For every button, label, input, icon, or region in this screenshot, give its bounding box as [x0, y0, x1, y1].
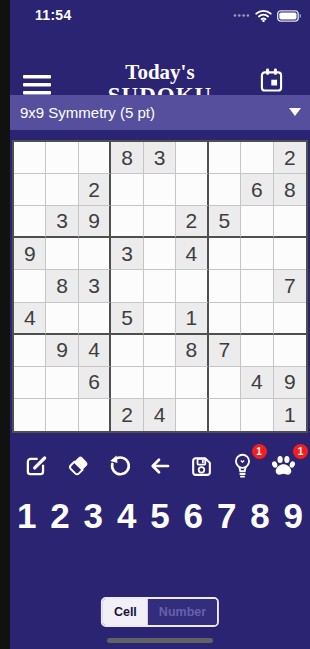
cell-r9c5[interactable]: 4	[144, 399, 176, 431]
arrow-left-icon	[147, 454, 173, 478]
cell-r1c8[interactable]	[241, 142, 273, 174]
sudoku-board: 83226839259348374519487649241	[12, 140, 308, 433]
number-button-5[interactable]: 5	[143, 489, 176, 543]
cell-r5c3[interactable]: 3	[79, 270, 111, 302]
cell-r9c3[interactable]	[79, 399, 111, 431]
cell-r8c2[interactable]	[46, 367, 78, 399]
cell-r7c6[interactable]: 8	[176, 335, 208, 367]
cell-r9c4[interactable]: 2	[111, 399, 143, 431]
save-button[interactable]	[185, 450, 217, 482]
pencil-square-icon	[23, 453, 49, 479]
cell-r4c9[interactable]	[274, 238, 306, 270]
cell-r9c1[interactable]	[14, 399, 46, 431]
wifi-icon	[255, 9, 272, 22]
status-bar: 11:54	[10, 0, 310, 30]
cell-r7c4[interactable]	[111, 335, 143, 367]
cell-r9c2[interactable]	[46, 399, 78, 431]
chevron-down-icon	[289, 108, 301, 116]
cell-r3c1[interactable]	[14, 206, 46, 238]
cell-r7c5[interactable]	[144, 335, 176, 367]
number-button-8[interactable]: 8	[243, 489, 276, 543]
cell-r4c4[interactable]: 3	[111, 238, 143, 270]
cell-r2c9[interactable]: 8	[274, 174, 306, 206]
toolbar: 1 1	[10, 443, 310, 489]
hint-badge: 1	[252, 444, 267, 459]
cell-r6c8[interactable]	[241, 303, 273, 335]
cell-r9c9[interactable]: 1	[274, 399, 306, 431]
cell-r3c8[interactable]	[241, 206, 273, 238]
cell-r6c6[interactable]: 1	[176, 303, 208, 335]
cell-r1c5[interactable]: 3	[144, 142, 176, 174]
cell-r4c2[interactable]	[46, 238, 78, 270]
cell-r3c9[interactable]	[274, 206, 306, 238]
cell-r9c7[interactable]	[209, 399, 241, 431]
cell-r5c5[interactable]	[144, 270, 176, 302]
cell-r2c5[interactable]	[144, 174, 176, 206]
cell-r3c4[interactable]	[111, 206, 143, 238]
cell-r4c7[interactable]	[209, 238, 241, 270]
cell-r3c2[interactable]: 3	[46, 206, 78, 238]
cell-r6c3[interactable]	[79, 303, 111, 335]
menu-button[interactable]	[23, 75, 51, 95]
cell-r6c1[interactable]: 4	[14, 303, 46, 335]
cell-r4c8[interactable]	[241, 238, 273, 270]
calendar-icon	[260, 68, 283, 93]
cell-r7c7[interactable]: 7	[209, 335, 241, 367]
mode-toggle-number[interactable]: Number	[148, 599, 217, 625]
cell-r6c9[interactable]	[274, 303, 306, 335]
cell-r1c3[interactable]	[79, 142, 111, 174]
cell-r7c3[interactable]: 4	[79, 335, 111, 367]
cell-r1c1[interactable]	[14, 142, 46, 174]
cell-r3c6[interactable]: 2	[176, 206, 208, 238]
floppy-disk-icon	[189, 454, 214, 479]
cell-r6c7[interactable]	[209, 303, 241, 335]
cell-r1c6[interactable]	[176, 142, 208, 174]
number-button-1[interactable]: 1	[10, 489, 43, 543]
cell-r4c1[interactable]: 9	[14, 238, 46, 270]
home-indicator[interactable]	[107, 638, 213, 643]
undo-icon	[106, 454, 132, 479]
puzzle-selector[interactable]: 9x9 Symmetry (5 pt)	[10, 95, 310, 130]
cell-r4c5[interactable]	[144, 238, 176, 270]
cell-r8c9[interactable]: 9	[274, 367, 306, 399]
cell-r1c9[interactable]: 2	[274, 142, 306, 174]
cell-r2c4[interactable]	[111, 174, 143, 206]
cell-r1c4[interactable]: 8	[111, 142, 143, 174]
number-button-3[interactable]: 3	[77, 489, 110, 543]
cell-r2c1[interactable]	[14, 174, 46, 206]
status-icons	[233, 9, 302, 22]
number-button-4[interactable]: 4	[110, 489, 143, 543]
number-button-7[interactable]: 7	[210, 489, 243, 543]
cell-r7c1[interactable]	[14, 335, 46, 367]
notes-button[interactable]	[20, 450, 52, 482]
cell-r4c6[interactable]: 4	[176, 238, 208, 270]
cell-r5c2[interactable]: 8	[46, 270, 78, 302]
cell-r2c8[interactable]: 6	[241, 174, 273, 206]
cell-r2c6[interactable]	[176, 174, 208, 206]
solve-button[interactable]: 1	[268, 450, 300, 482]
cell-r9c8[interactable]	[241, 399, 273, 431]
solve-badge: 1	[293, 444, 308, 459]
cell-r6c5[interactable]	[144, 303, 176, 335]
cell-r6c4[interactable]: 5	[111, 303, 143, 335]
cell-r7c9[interactable]	[274, 335, 306, 367]
cell-r1c2[interactable]	[46, 142, 78, 174]
puzzle-selector-label: 9x9 Symmetry (5 pt)	[20, 104, 155, 121]
cell-r5c8[interactable]	[241, 270, 273, 302]
cell-r5c6[interactable]	[176, 270, 208, 302]
hamburger-icon	[23, 75, 51, 95]
eraser-icon	[64, 454, 90, 478]
hint-button[interactable]: 1	[227, 450, 259, 482]
app-header: Today's SUDOKU 2019-06-19	[10, 30, 310, 94]
lightbulb-icon	[232, 453, 253, 480]
cell-r8c6[interactable]	[176, 367, 208, 399]
paw-icon	[270, 454, 297, 478]
cell-r7c8[interactable]	[241, 335, 273, 367]
erase-button[interactable]	[61, 450, 93, 482]
number-pad: 1 2 3 4 5 6 7 8 9	[10, 489, 310, 543]
undo-button[interactable]	[103, 450, 135, 482]
cell-r8c1[interactable]	[14, 367, 46, 399]
number-button-6[interactable]: 6	[177, 489, 210, 543]
cell-r5c7[interactable]	[209, 270, 241, 302]
cell-r8c7[interactable]	[209, 367, 241, 399]
battery-icon	[277, 10, 302, 22]
cell-r4c3[interactable]	[79, 238, 111, 270]
cell-r8c8[interactable]: 4	[241, 367, 273, 399]
cell-r8c4[interactable]	[111, 367, 143, 399]
cell-r2c2[interactable]	[46, 174, 78, 206]
cell-r2c3[interactable]: 2	[79, 174, 111, 206]
status-time: 11:54	[35, 7, 72, 23]
cell-r3c3[interactable]: 9	[79, 206, 111, 238]
app-title-line1: Today's	[108, 61, 212, 84]
mode-toggle: Cell Number	[101, 597, 219, 627]
number-button-9[interactable]: 9	[277, 489, 310, 543]
cell-r5c9[interactable]: 7	[274, 270, 306, 302]
cell-r8c3[interactable]: 6	[79, 367, 111, 399]
app-screen: 11:54	[10, 0, 310, 649]
cellular-signal-icon	[233, 13, 250, 18]
mode-toggle-cell[interactable]: Cell	[103, 599, 148, 625]
cell-r8c5[interactable]	[144, 367, 176, 399]
cell-r7c2[interactable]: 9	[46, 335, 78, 367]
cell-r3c5[interactable]	[144, 206, 176, 238]
back-button[interactable]	[144, 450, 176, 482]
cell-r9c6[interactable]	[176, 399, 208, 431]
cell-r2c7[interactable]	[209, 174, 241, 206]
cell-r5c4[interactable]	[111, 270, 143, 302]
cell-r3c7[interactable]: 5	[209, 206, 241, 238]
cell-r1c7[interactable]	[209, 142, 241, 174]
cell-r5c1[interactable]	[14, 270, 46, 302]
number-button-2[interactable]: 2	[43, 489, 76, 543]
cell-r6c2[interactable]	[46, 303, 78, 335]
